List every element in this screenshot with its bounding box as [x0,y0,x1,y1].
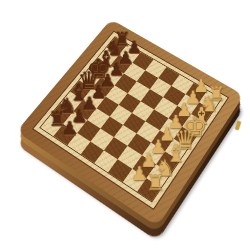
chessboard-photo-scene: ♜♞♝♛♚♝♞♜♟♟♟♟♟♟♟♟♟♟♟♟♟♟♟♟♜♞♝♛♚♝♞♜ [0,0,250,250]
light-rook[interactable]: ♜ [146,172,164,194]
board-border: ♜♞♝♛♚♝♞♜♟♟♟♟♟♟♟♟♟♟♟♟♟♟♟♟♜♞♝♛♚♝♞♜ [32,31,229,210]
chess-board: ♜♞♝♛♚♝♞♜♟♟♟♟♟♟♟♟♟♟♟♟♟♟♟♟♜♞♝♛♚♝♞♜ [16,19,243,226]
brass-hinge-icon [235,121,242,131]
dark-pawn[interactable]: ♟ [62,119,79,137]
square-f5[interactable] [128,82,150,102]
chess-box: ♜♞♝♛♚♝♞♜♟♟♟♟♟♟♟♟♟♟♟♟♟♟♟♟♜♞♝♛♚♝♞♜ [50,31,214,195]
